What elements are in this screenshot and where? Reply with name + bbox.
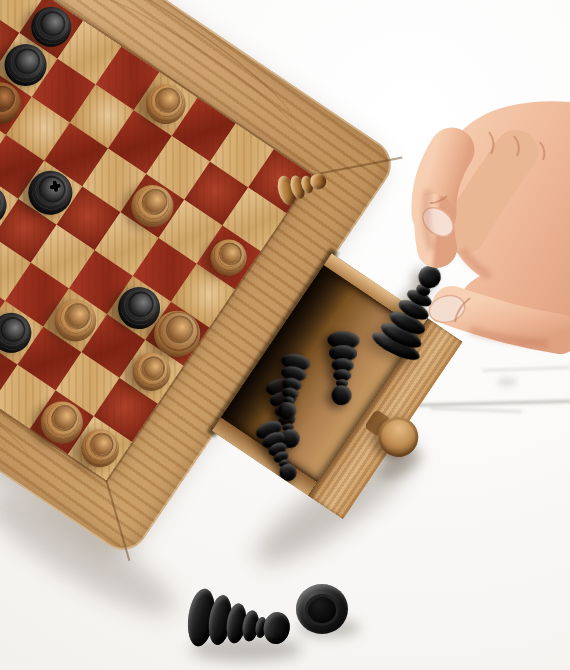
palm (440, 101, 570, 346)
index-finger (434, 150, 452, 214)
piece-segment (331, 385, 352, 406)
marble-vein (430, 407, 522, 412)
marble-vein (498, 378, 516, 386)
scene (0, 0, 570, 670)
index-fingernail (417, 202, 458, 242)
drawer-black-piece[interactable] (323, 331, 362, 420)
marble-vein (482, 366, 570, 371)
thumb (452, 306, 560, 334)
middle-finger (464, 152, 516, 232)
chess-box (0, 0, 401, 560)
index-fingertip (434, 214, 437, 248)
piece-base-ring (305, 594, 339, 626)
tipped-black-piece[interactable] (296, 584, 348, 634)
piece-knob (262, 610, 292, 645)
